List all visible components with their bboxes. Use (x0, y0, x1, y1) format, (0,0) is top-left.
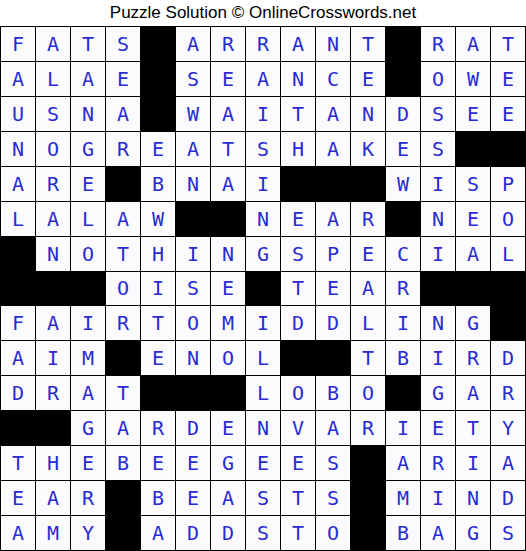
grid-cell: N (1, 132, 35, 166)
grid-cell: A (456, 376, 490, 410)
grid-cell: T (351, 27, 385, 61)
grid-cell: T (281, 516, 315, 550)
grid-cell: A (211, 97, 245, 131)
grid-cell: F (1, 27, 35, 61)
grid-cell: A (351, 272, 385, 306)
grid-cell: S (176, 62, 210, 96)
black-cell (386, 27, 420, 61)
grid-cell: G (421, 376, 455, 410)
grid-cell: T (281, 481, 315, 515)
black-cell (1, 237, 35, 271)
grid-cell: W (456, 62, 490, 96)
black-cell (386, 62, 420, 96)
grid-cell: N (421, 306, 455, 340)
black-cell (36, 411, 70, 445)
grid-cell: E (491, 62, 525, 96)
grid-cell: O (316, 516, 350, 550)
grid-cell: H (36, 446, 70, 480)
black-cell (176, 202, 210, 236)
black-cell (106, 341, 140, 375)
black-cell (36, 272, 70, 306)
grid-cell: E (211, 272, 245, 306)
grid-cell: E (71, 446, 105, 480)
grid-cell: O (36, 132, 70, 166)
grid-cell: N (456, 481, 490, 515)
grid-cell: A (36, 306, 70, 340)
grid-cell: N (176, 167, 210, 201)
grid-cell: D (386, 97, 420, 131)
black-cell (491, 272, 525, 306)
black-cell (211, 376, 245, 410)
grid-cell: T (211, 132, 245, 166)
black-cell (176, 376, 210, 410)
grid-cell: N (421, 202, 455, 236)
grid-cell: T (351, 341, 385, 375)
grid-cell: B (141, 167, 175, 201)
black-cell (141, 376, 175, 410)
grid-cell: N (351, 97, 385, 131)
grid-cell: A (421, 516, 455, 550)
grid-cell: T (281, 97, 315, 131)
grid-cell: T (71, 27, 105, 61)
grid-cell: D (281, 306, 315, 340)
grid-cell: R (491, 376, 525, 410)
grid-cell: I (71, 306, 105, 340)
grid-cell: A (211, 481, 245, 515)
black-cell (316, 167, 350, 201)
grid-cell: S (36, 97, 70, 131)
grid-cell: P (491, 167, 525, 201)
black-cell (491, 306, 525, 340)
black-cell (421, 272, 455, 306)
grid-cell: E (456, 97, 490, 131)
grid-cell: A (106, 411, 140, 445)
grid-cell: E (106, 62, 140, 96)
grid-cell: S (281, 237, 315, 271)
black-cell (106, 481, 140, 515)
grid-cell: R (351, 202, 385, 236)
grid-cell: E (211, 411, 245, 445)
grid-cell: S (421, 132, 455, 166)
grid-cell: R (36, 167, 70, 201)
grid-cell: R (141, 411, 175, 445)
grid-cell: R (421, 27, 455, 61)
black-cell (456, 272, 490, 306)
grid-cell: A (281, 27, 315, 61)
grid-cell: E (456, 202, 490, 236)
black-cell (351, 481, 385, 515)
black-cell (351, 446, 385, 480)
grid-cell: L (491, 237, 525, 271)
grid-cell: S (246, 516, 280, 550)
grid-cell: A (211, 167, 245, 201)
grid-cell: E (491, 97, 525, 131)
grid-cell: G (456, 306, 490, 340)
grid-cell: D (1, 376, 35, 410)
grid-cell: E (281, 446, 315, 480)
grid-cell: S (246, 132, 280, 166)
grid-cell: I (421, 167, 455, 201)
grid-cell: T (106, 376, 140, 410)
grid-cell: S (106, 27, 140, 61)
grid-cell: S (421, 97, 455, 131)
grid-cell: R (36, 376, 70, 410)
grid-cell: S (316, 446, 350, 480)
grid-cell: O (351, 376, 385, 410)
grid-cell: L (71, 202, 105, 236)
grid-cell: W (141, 202, 175, 236)
grid-cell: H (141, 237, 175, 271)
grid-cell: C (316, 62, 350, 96)
grid-cell: L (1, 202, 35, 236)
black-cell (211, 202, 245, 236)
grid-cell: A (1, 516, 35, 550)
grid-cell: E (1, 481, 35, 515)
page-title: Puzzle Solution © OnlineCrosswords.net (110, 3, 416, 23)
black-cell (71, 272, 105, 306)
black-cell (141, 27, 175, 61)
grid-cell: I (456, 446, 490, 480)
grid-cell: G (211, 446, 245, 480)
black-cell (141, 62, 175, 96)
grid-cell: R (71, 481, 105, 515)
grid-cell: I (176, 237, 210, 271)
grid-cell: A (36, 481, 70, 515)
crossword-grid: FATSARRANTRATALAESEANCEOWEUSNAWAITANDSEE… (0, 26, 526, 551)
grid-cell: L (246, 376, 280, 410)
grid-cell: A (176, 132, 210, 166)
grid-cell: A (456, 237, 490, 271)
grid-cell: D (211, 516, 245, 550)
grid-cell: D (316, 306, 350, 340)
grid-cell: A (36, 202, 70, 236)
grid-cell: E (176, 481, 210, 515)
grid-cell: O (421, 62, 455, 96)
grid-cell: B (386, 516, 420, 550)
black-cell (246, 272, 280, 306)
grid-cell: L (351, 306, 385, 340)
grid-cell: E (211, 62, 245, 96)
grid-cell: M (71, 341, 105, 375)
black-cell (106, 516, 140, 550)
grid-cell: T (491, 27, 525, 61)
grid-cell: O (491, 202, 525, 236)
grid-cell: N (246, 411, 280, 445)
grid-cell: L (36, 62, 70, 96)
grid-cell: D (176, 516, 210, 550)
black-cell (386, 202, 420, 236)
grid-cell: A (36, 27, 70, 61)
grid-cell: S (316, 481, 350, 515)
grid-cell: A (1, 62, 35, 96)
grid-cell: A (106, 97, 140, 131)
grid-cell: N (176, 341, 210, 375)
grid-cell: N (281, 62, 315, 96)
black-cell (386, 376, 420, 410)
grid-cell: A (1, 167, 35, 201)
grid-cell: I (36, 341, 70, 375)
grid-cell: T (1, 446, 35, 480)
grid-cell: V (281, 411, 315, 445)
grid-cell: B (141, 481, 175, 515)
grid-cell: I (386, 411, 420, 445)
grid-cell: E (141, 446, 175, 480)
puzzle-solution-page: Puzzle Solution © OnlineCrosswords.net F… (0, 0, 526, 551)
grid-cell: P (316, 237, 350, 271)
black-cell (1, 272, 35, 306)
grid-cell: E (351, 237, 385, 271)
black-cell (351, 516, 385, 550)
black-cell (281, 167, 315, 201)
grid-cell: N (36, 237, 70, 271)
grid-cell: G (71, 411, 105, 445)
grid-cell: C (386, 237, 420, 271)
grid-cell: A (316, 202, 350, 236)
grid-cell: I (246, 306, 280, 340)
grid-cell: A (176, 27, 210, 61)
grid-cell: E (71, 167, 105, 201)
grid-cell: A (246, 62, 280, 96)
grid-cell: F (1, 306, 35, 340)
grid-cell: A (316, 132, 350, 166)
grid-cell: A (456, 27, 490, 61)
grid-cell: T (281, 272, 315, 306)
grid-cell: O (106, 272, 140, 306)
grid-cell: D (491, 481, 525, 515)
grid-cell: L (246, 341, 280, 375)
grid-cell: S (246, 481, 280, 515)
black-cell (106, 167, 140, 201)
grid-cell: O (71, 237, 105, 271)
grid-cell: D (491, 341, 525, 375)
grid-cell: M (386, 481, 420, 515)
black-cell (456, 132, 490, 166)
grid-cell: B (316, 376, 350, 410)
grid-cell: W (386, 167, 420, 201)
grid-cell: E (246, 446, 280, 480)
grid-cell: E (176, 446, 210, 480)
grid-cell: T (106, 237, 140, 271)
grid-cell: R (106, 132, 140, 166)
grid-cell: T (141, 306, 175, 340)
grid-cell: A (106, 202, 140, 236)
grid-cell: W (176, 97, 210, 131)
grid-cell: B (386, 341, 420, 375)
grid-cell: A (316, 97, 350, 131)
grid-cell: R (351, 411, 385, 445)
grid-cell: N (246, 202, 280, 236)
black-cell (491, 132, 525, 166)
grid-cell: M (211, 306, 245, 340)
black-cell (1, 411, 35, 445)
black-cell (316, 341, 350, 375)
grid-cell: E (386, 132, 420, 166)
grid-cell: Y (491, 411, 525, 445)
grid-cell: I (246, 167, 280, 201)
grid-cell: G (71, 132, 105, 166)
grid-cell: E (141, 132, 175, 166)
grid-cell: R (456, 341, 490, 375)
grid-cell: D (176, 411, 210, 445)
grid-cell: I (421, 341, 455, 375)
grid-cell: R (386, 272, 420, 306)
grid-cell: N (211, 237, 245, 271)
grid-cell: A (71, 62, 105, 96)
grid-cell: I (386, 306, 420, 340)
grid-cell: I (421, 481, 455, 515)
grid-cell: U (1, 97, 35, 131)
grid-cell: M (36, 516, 70, 550)
grid-cell: B (106, 446, 140, 480)
black-cell (141, 97, 175, 131)
grid-cell: S (491, 516, 525, 550)
grid-cell: E (141, 341, 175, 375)
grid-cell: K (351, 132, 385, 166)
grid-cell: Y (71, 516, 105, 550)
grid-cell: I (421, 237, 455, 271)
grid-cell: N (316, 27, 350, 61)
grid-cell: R (246, 27, 280, 61)
black-cell (281, 341, 315, 375)
grid-cell: R (106, 306, 140, 340)
grid-cell: A (386, 446, 420, 480)
grid-cell: A (141, 516, 175, 550)
grid-cell: O (211, 341, 245, 375)
grid-cell: N (71, 97, 105, 131)
grid-cell: H (281, 132, 315, 166)
grid-cell: A (71, 376, 105, 410)
grid-cell: A (316, 411, 350, 445)
title-bar: Puzzle Solution © OnlineCrosswords.net (0, 0, 526, 26)
grid-cell: A (1, 341, 35, 375)
grid-cell: S (176, 272, 210, 306)
grid-cell: G (456, 516, 490, 550)
grid-cell: O (281, 376, 315, 410)
grid-cell: E (316, 272, 350, 306)
grid-cell: A (491, 446, 525, 480)
black-cell (351, 167, 385, 201)
grid-cell: T (456, 411, 490, 445)
grid-cell: E (351, 62, 385, 96)
grid-cell: S (456, 167, 490, 201)
grid-cell: O (176, 306, 210, 340)
grid-cell: I (141, 272, 175, 306)
grid-cell: G (246, 237, 280, 271)
grid-cell: E (421, 411, 455, 445)
grid-cell: R (421, 446, 455, 480)
grid-cell: I (246, 97, 280, 131)
grid-cell: E (281, 202, 315, 236)
grid-cell: R (211, 27, 245, 61)
